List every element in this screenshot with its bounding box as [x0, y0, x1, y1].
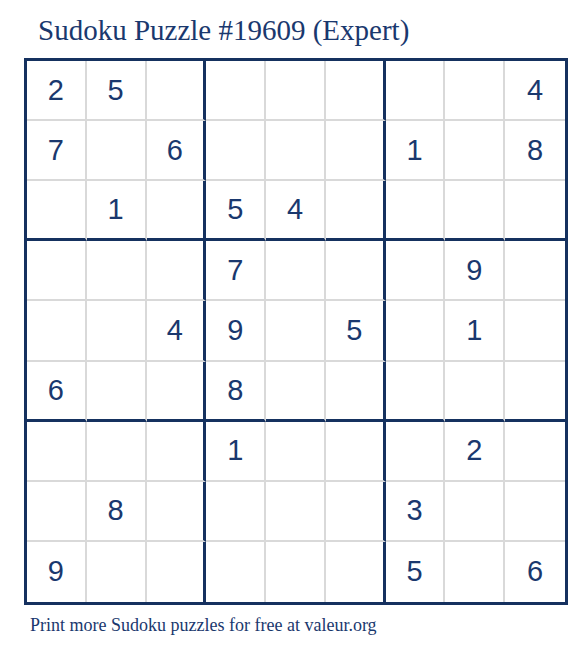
sudoku-cell-r9c8 — [445, 542, 505, 602]
sudoku-cell-r1c9: 4 — [505, 61, 565, 121]
sudoku-cell-r2c5 — [266, 121, 326, 181]
sudoku-cell-r4c9 — [505, 241, 565, 301]
sudoku-cell-r3c7 — [386, 181, 446, 241]
sudoku-cell-r6c5 — [266, 362, 326, 422]
sudoku-cell-r1c4 — [206, 61, 266, 121]
sudoku-cell-r4c4: 7 — [206, 241, 266, 301]
sudoku-cell-r7c9 — [505, 422, 565, 482]
sudoku-cell-r4c2 — [87, 241, 147, 301]
sudoku-cell-r5c1 — [27, 301, 87, 361]
sudoku-cell-r5c8: 1 — [445, 301, 505, 361]
sudoku-print-page: Sudoku Puzzle #19609 (Expert) 2547618154… — [0, 0, 580, 651]
sudoku-cell-r2c1: 7 — [27, 121, 87, 181]
sudoku-cell-r7c4: 1 — [206, 422, 266, 482]
sudoku-cell-r7c6 — [326, 422, 386, 482]
sudoku-cell-r4c1 — [27, 241, 87, 301]
sudoku-cell-r6c7 — [386, 362, 446, 422]
sudoku-cell-r1c7 — [386, 61, 446, 121]
sudoku-cell-r6c1: 6 — [27, 362, 87, 422]
sudoku-cell-r8c2: 8 — [87, 482, 147, 542]
sudoku-cell-r8c8 — [445, 482, 505, 542]
footer-text: Print more Sudoku puzzles for free at va… — [30, 615, 377, 636]
sudoku-cell-r3c6 — [326, 181, 386, 241]
sudoku-cell-r5c7 — [386, 301, 446, 361]
sudoku-cell-r8c4 — [206, 482, 266, 542]
sudoku-cell-r7c8: 2 — [445, 422, 505, 482]
sudoku-cell-r9c2 — [87, 542, 147, 602]
sudoku-cell-r2c3: 6 — [147, 121, 207, 181]
sudoku-cell-r4c5 — [266, 241, 326, 301]
sudoku-cell-r3c4: 5 — [206, 181, 266, 241]
sudoku-cell-r9c6 — [326, 542, 386, 602]
sudoku-cell-r5c5 — [266, 301, 326, 361]
sudoku-cell-r5c6: 5 — [326, 301, 386, 361]
sudoku-cell-r9c1: 9 — [27, 542, 87, 602]
sudoku-cell-r5c9 — [505, 301, 565, 361]
sudoku-cell-r7c7 — [386, 422, 446, 482]
sudoku-cell-r3c2: 1 — [87, 181, 147, 241]
sudoku-cell-r2c2 — [87, 121, 147, 181]
sudoku-cell-r1c2: 5 — [87, 61, 147, 121]
sudoku-cell-r1c3 — [147, 61, 207, 121]
sudoku-cell-r7c2 — [87, 422, 147, 482]
sudoku-cell-r6c4: 8 — [206, 362, 266, 422]
sudoku-cell-r2c7: 1 — [386, 121, 446, 181]
sudoku-cell-r5c2 — [87, 301, 147, 361]
sudoku-cell-r9c7: 5 — [386, 542, 446, 602]
sudoku-cell-r6c8 — [445, 362, 505, 422]
sudoku-cell-r8c9 — [505, 482, 565, 542]
sudoku-cell-r1c8 — [445, 61, 505, 121]
sudoku-cell-r6c9 — [505, 362, 565, 422]
sudoku-cell-r3c8 — [445, 181, 505, 241]
sudoku-cell-r1c5 — [266, 61, 326, 121]
sudoku-cell-r9c4 — [206, 542, 266, 602]
sudoku-cell-r8c1 — [27, 482, 87, 542]
sudoku-cell-r2c8 — [445, 121, 505, 181]
sudoku-cell-r3c9 — [505, 181, 565, 241]
sudoku-cell-r9c3 — [147, 542, 207, 602]
sudoku-cell-r7c5 — [266, 422, 326, 482]
sudoku-cell-r4c6 — [326, 241, 386, 301]
sudoku-board: 2547618154794951681283956 — [24, 58, 568, 605]
sudoku-cell-r5c3: 4 — [147, 301, 207, 361]
sudoku-cell-r2c6 — [326, 121, 386, 181]
sudoku-cell-r5c4: 9 — [206, 301, 266, 361]
sudoku-cell-r7c1 — [27, 422, 87, 482]
sudoku-cell-r8c5 — [266, 482, 326, 542]
sudoku-cell-r2c4 — [206, 121, 266, 181]
sudoku-cell-r4c8: 9 — [445, 241, 505, 301]
sudoku-cell-r8c3 — [147, 482, 207, 542]
sudoku-cell-r7c3 — [147, 422, 207, 482]
sudoku-cell-r4c7 — [386, 241, 446, 301]
sudoku-cell-r6c6 — [326, 362, 386, 422]
sudoku-cell-r3c5: 4 — [266, 181, 326, 241]
sudoku-cell-r8c6 — [326, 482, 386, 542]
sudoku-cell-r2c9: 8 — [505, 121, 565, 181]
sudoku-cell-r6c3 — [147, 362, 207, 422]
sudoku-cell-r4c3 — [147, 241, 207, 301]
page-title: Sudoku Puzzle #19609 (Expert) — [38, 14, 409, 47]
sudoku-cell-r6c2 — [87, 362, 147, 422]
sudoku-cell-r1c6 — [326, 61, 386, 121]
sudoku-cell-r9c5 — [266, 542, 326, 602]
sudoku-cell-r1c1: 2 — [27, 61, 87, 121]
sudoku-cell-r8c7: 3 — [386, 482, 446, 542]
sudoku-cell-r3c3 — [147, 181, 207, 241]
sudoku-cell-r9c9: 6 — [505, 542, 565, 602]
sudoku-cell-r3c1 — [27, 181, 87, 241]
